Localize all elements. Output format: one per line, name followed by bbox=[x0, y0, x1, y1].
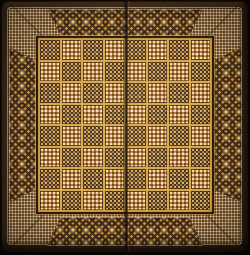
square-d7[interactable] bbox=[105, 62, 125, 82]
square-h6[interactable] bbox=[191, 83, 211, 103]
square-a8[interactable] bbox=[40, 40, 60, 60]
square-b3[interactable] bbox=[62, 148, 82, 168]
square-g4[interactable] bbox=[169, 126, 189, 146]
square-e4[interactable] bbox=[126, 126, 146, 146]
square-a3[interactable] bbox=[40, 148, 60, 168]
square-e3[interactable] bbox=[126, 148, 146, 168]
square-d3[interactable] bbox=[105, 148, 125, 168]
square-d8[interactable] bbox=[105, 40, 125, 60]
square-c4[interactable] bbox=[83, 126, 103, 146]
square-h3[interactable] bbox=[191, 148, 211, 168]
square-a4[interactable] bbox=[40, 126, 60, 146]
square-g1[interactable] bbox=[169, 191, 189, 211]
square-d4[interactable] bbox=[105, 126, 125, 146]
square-e7[interactable] bbox=[126, 62, 146, 82]
square-c1[interactable] bbox=[83, 191, 103, 211]
square-g8[interactable] bbox=[169, 40, 189, 60]
square-f8[interactable] bbox=[148, 40, 168, 60]
playing-area bbox=[38, 38, 212, 212]
square-b2[interactable] bbox=[62, 169, 82, 189]
square-h1[interactable] bbox=[191, 191, 211, 211]
square-f1[interactable] bbox=[148, 191, 168, 211]
square-d6[interactable] bbox=[105, 83, 125, 103]
rosette-strip-right bbox=[213, 47, 242, 203]
square-g6[interactable] bbox=[169, 83, 189, 103]
square-c5[interactable] bbox=[83, 105, 103, 125]
square-h5[interactable] bbox=[191, 105, 211, 125]
square-d5[interactable] bbox=[105, 105, 125, 125]
square-a5[interactable] bbox=[40, 105, 60, 125]
square-e5[interactable] bbox=[126, 105, 146, 125]
square-g2[interactable] bbox=[169, 169, 189, 189]
square-f5[interactable] bbox=[148, 105, 168, 125]
square-a7[interactable] bbox=[40, 62, 60, 82]
square-g5[interactable] bbox=[169, 105, 189, 125]
rosette-strip-left bbox=[9, 47, 36, 203]
board-grid bbox=[40, 40, 210, 210]
square-f2[interactable] bbox=[148, 169, 168, 189]
square-f6[interactable] bbox=[148, 83, 168, 103]
square-g3[interactable] bbox=[169, 148, 189, 168]
square-f4[interactable] bbox=[148, 126, 168, 146]
square-f7[interactable] bbox=[148, 62, 168, 82]
square-d1[interactable] bbox=[105, 191, 125, 211]
board-photo bbox=[0, 0, 250, 255]
square-e6[interactable] bbox=[126, 83, 146, 103]
square-h4[interactable] bbox=[191, 126, 211, 146]
square-b4[interactable] bbox=[62, 126, 82, 146]
square-b7[interactable] bbox=[62, 62, 82, 82]
square-b8[interactable] bbox=[62, 40, 82, 60]
square-c3[interactable] bbox=[83, 148, 103, 168]
square-h2[interactable] bbox=[191, 169, 211, 189]
square-e8[interactable] bbox=[126, 40, 146, 60]
square-c7[interactable] bbox=[83, 62, 103, 82]
square-g7[interactable] bbox=[169, 62, 189, 82]
square-a1[interactable] bbox=[40, 191, 60, 211]
square-h7[interactable] bbox=[191, 62, 211, 82]
square-e2[interactable] bbox=[126, 169, 146, 189]
square-e1[interactable] bbox=[126, 191, 146, 211]
square-c6[interactable] bbox=[83, 83, 103, 103]
square-a6[interactable] bbox=[40, 83, 60, 103]
chessboard-frame bbox=[1, 1, 249, 253]
square-c8[interactable] bbox=[83, 40, 103, 60]
square-a2[interactable] bbox=[40, 169, 60, 189]
square-d2[interactable] bbox=[105, 169, 125, 189]
square-b6[interactable] bbox=[62, 83, 82, 103]
square-b5[interactable] bbox=[62, 105, 82, 125]
square-b1[interactable] bbox=[62, 191, 82, 211]
square-f3[interactable] bbox=[148, 148, 168, 168]
rosette-strip-top bbox=[47, 9, 203, 36]
square-h8[interactable] bbox=[191, 40, 211, 60]
rosette-strip-bottom bbox=[47, 217, 203, 246]
square-c2[interactable] bbox=[83, 169, 103, 189]
